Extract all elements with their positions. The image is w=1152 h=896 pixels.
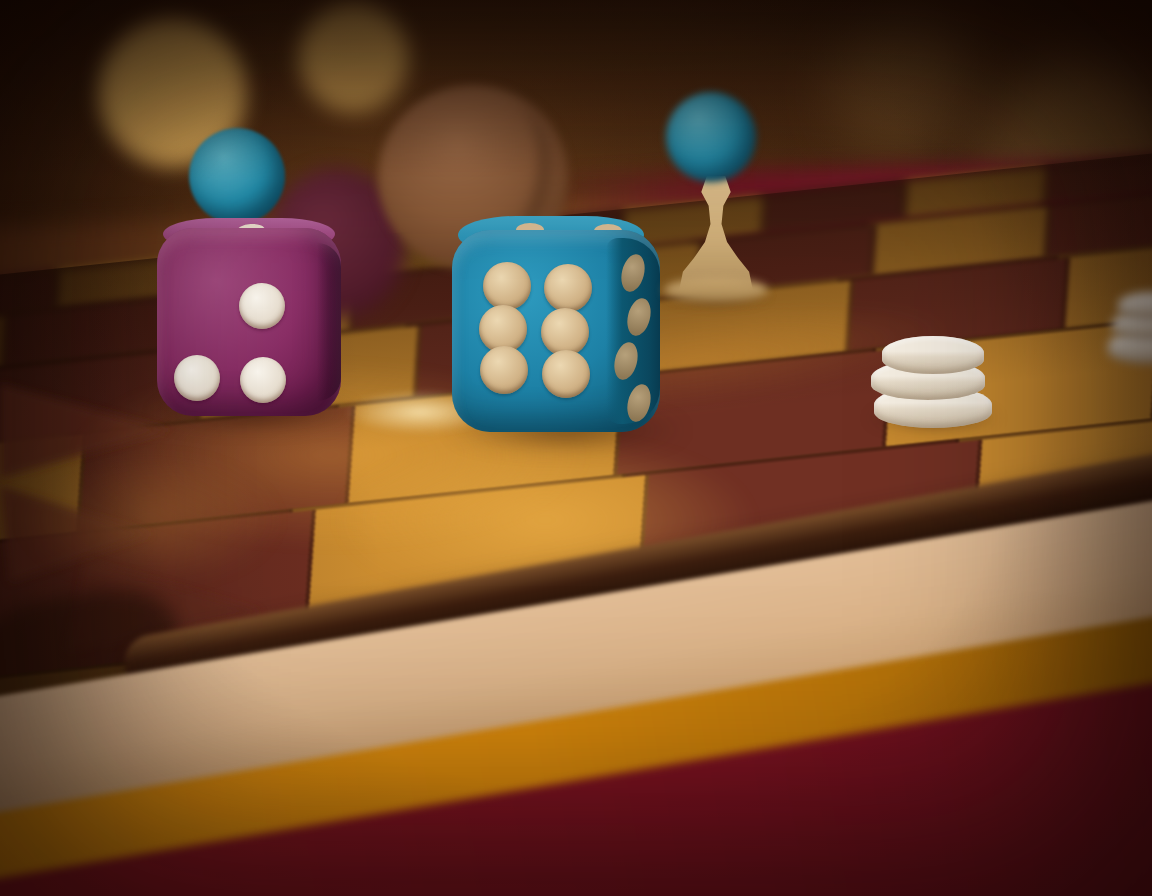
teal-die: [452, 230, 660, 432]
left-pawn-ball: [189, 128, 285, 224]
die-pip: [542, 350, 590, 398]
pieces-layer: [0, 0, 1152, 896]
die-pip: [541, 308, 589, 356]
die-pip: [624, 296, 655, 338]
right-pawn-ball: [666, 92, 756, 182]
photo-canvas: [0, 0, 1152, 896]
die-pip: [480, 346, 528, 394]
die-pip: [611, 340, 642, 382]
die-pip: [239, 283, 285, 329]
die-pip: [240, 357, 286, 403]
purple-die: [157, 228, 341, 416]
die-pip: [624, 382, 655, 424]
white-disc: [882, 336, 984, 374]
teal-die-right-face: [606, 238, 660, 424]
die-pip: [483, 262, 531, 310]
die-pip: [174, 355, 220, 401]
die-pip: [618, 252, 649, 294]
right-pawn-body: [670, 176, 762, 290]
die-pip: [544, 264, 592, 312]
right-pawn-base: [664, 278, 768, 302]
